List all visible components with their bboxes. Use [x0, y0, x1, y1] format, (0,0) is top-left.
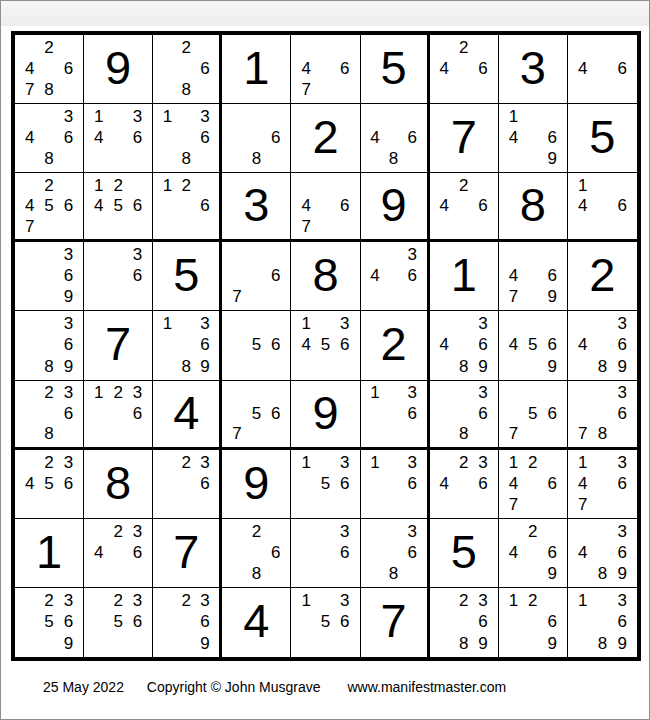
pencil-marks: 34689: [573, 521, 632, 584]
cell-r6c1: 2368: [15, 381, 84, 450]
candidate-1: 1: [504, 590, 523, 611]
candidate-6: 6: [128, 127, 147, 148]
solved-digit: 3: [499, 35, 567, 103]
candidate-6: 6: [266, 334, 285, 355]
pencil-marks: 4569: [504, 313, 562, 376]
candidate-2: 2: [247, 521, 266, 542]
candidate-3: 3: [128, 106, 147, 127]
solved-digit: 2: [291, 104, 359, 172]
cell-r1c2: 9: [84, 35, 153, 104]
candidate-8: 8: [39, 423, 58, 443]
cell-r4c9: 2: [568, 242, 637, 311]
candidate-3: 3: [59, 313, 78, 334]
pencil-marks: 34689: [573, 313, 632, 376]
candidate-8: 8: [593, 633, 613, 654]
candidate-3: 3: [128, 383, 147, 403]
pencil-marks: 1236: [89, 383, 147, 444]
candidate-9: 9: [473, 633, 492, 654]
cell-r3c4: 3: [222, 173, 291, 242]
candidate-3: 3: [335, 313, 354, 334]
candidate-6: 6: [473, 473, 492, 494]
cell-r7c9: 13467: [568, 450, 637, 519]
candidate-2: 2: [108, 383, 127, 403]
candidate-8: 8: [384, 148, 403, 169]
candidate-8: 8: [593, 356, 613, 377]
pencil-marks: 23569: [20, 590, 78, 654]
candidate-2: 2: [108, 590, 127, 611]
pencil-marks: 67: [227, 244, 285, 307]
candidate-6: 6: [335, 473, 354, 494]
candidate-4: 4: [20, 196, 39, 216]
cell-r9c6: 7: [361, 588, 430, 657]
candidate-2: 2: [454, 37, 473, 58]
pencil-marks: 567: [504, 383, 562, 444]
cell-r4c6: 346: [361, 242, 430, 311]
candidate-9: 9: [612, 563, 632, 584]
candidate-1: 1: [296, 313, 315, 334]
pencil-marks: 12456: [89, 175, 147, 236]
candidate-1: 1: [573, 452, 593, 473]
candidate-4: 4: [366, 265, 385, 286]
candidate-7: 7: [573, 423, 593, 443]
candidate-4: 4: [435, 334, 454, 355]
cell-r2c7: 7: [430, 104, 499, 173]
pencil-marks: 3468: [20, 106, 78, 169]
candidate-6: 6: [543, 265, 562, 286]
cell-r7c7: 2346: [430, 450, 499, 519]
candidate-1: 1: [573, 590, 593, 611]
sudoku-board: 2467892681467524634634681346136868246871…: [11, 31, 641, 661]
candidate-5: 5: [523, 334, 542, 355]
candidate-3: 3: [59, 383, 78, 403]
candidate-5: 5: [316, 334, 335, 355]
candidate-6: 6: [335, 196, 354, 216]
pencil-marks: 36: [89, 244, 147, 307]
cell-r3c3: 126: [153, 173, 222, 242]
candidate-5: 5: [39, 196, 58, 216]
pencil-marks: 68: [227, 106, 285, 169]
candidate-3: 3: [403, 383, 422, 403]
cell-r9c5: 1356: [291, 588, 360, 657]
candidate-2: 2: [454, 590, 473, 611]
candidate-2: 2: [39, 175, 58, 195]
cell-r3c8: 8: [499, 173, 568, 242]
candidate-2: 2: [177, 590, 196, 611]
solved-digit: 5: [430, 519, 498, 587]
solved-digit: 9: [291, 381, 359, 447]
cell-r1c3: 268: [153, 35, 222, 104]
cell-r3c7: 246: [430, 173, 499, 242]
candidate-6: 6: [403, 542, 422, 563]
candidate-6: 6: [473, 611, 492, 632]
candidate-3: 3: [59, 106, 78, 127]
candidate-9: 9: [612, 356, 632, 377]
candidate-2: 2: [39, 590, 58, 611]
cell-r7c8: 12467: [499, 450, 568, 519]
cell-r7c4: 9: [222, 450, 291, 519]
cell-r8c1: 1: [15, 519, 84, 588]
pencil-marks: 34689: [435, 313, 493, 376]
cell-r1c9: 46: [568, 35, 637, 104]
candidate-5: 5: [108, 196, 127, 216]
candidate-3: 3: [196, 590, 215, 611]
cell-r9c2: 2356: [84, 588, 153, 657]
pencil-marks: 13689: [573, 590, 632, 654]
candidate-4: 4: [20, 127, 39, 148]
candidate-4: 4: [573, 473, 593, 494]
pencil-marks: 236: [158, 452, 214, 515]
pencil-marks: 24567: [20, 175, 78, 236]
candidate-1: 1: [504, 452, 523, 473]
candidate-3: 3: [612, 590, 632, 611]
candidate-3: 3: [59, 452, 78, 473]
cell-r7c2: 8: [84, 450, 153, 519]
cell-r2c6: 468: [361, 104, 430, 173]
candidate-3: 3: [335, 521, 354, 542]
pencil-marks: 2346: [435, 452, 493, 515]
cell-r7c1: 23456: [15, 450, 84, 519]
candidate-3: 3: [196, 452, 215, 473]
cell-r8c4: 268: [222, 519, 291, 588]
candidate-4: 4: [296, 196, 315, 216]
cell-r5c4: 56: [222, 311, 291, 380]
candidate-6: 6: [266, 542, 285, 563]
candidate-2: 2: [177, 175, 196, 195]
cell-r3c6: 9: [361, 173, 430, 242]
cell-r2c5: 2: [291, 104, 360, 173]
cell-r5c6: 2: [361, 311, 430, 380]
candidate-6: 6: [59, 403, 78, 423]
pencil-marks: 1368: [158, 106, 214, 169]
cell-r8c3: 7: [153, 519, 222, 588]
candidate-9: 9: [543, 286, 562, 307]
pencil-marks: 23456: [20, 452, 78, 515]
candidate-5: 5: [523, 403, 542, 423]
candidate-2: 2: [108, 521, 127, 542]
candidate-6: 6: [403, 265, 422, 286]
candidate-3: 3: [128, 521, 147, 542]
candidate-6: 6: [543, 611, 562, 632]
candidate-6: 6: [128, 611, 147, 632]
candidate-7: 7: [20, 216, 39, 236]
candidate-6: 6: [266, 265, 285, 286]
candidate-6: 6: [196, 127, 215, 148]
candidate-6: 6: [612, 334, 632, 355]
candidate-6: 6: [473, 196, 492, 216]
candidate-6: 6: [543, 334, 562, 355]
cell-r5c1: 3689: [15, 311, 84, 380]
solved-digit: 7: [153, 519, 219, 587]
cell-r6c9: 3678: [568, 381, 637, 450]
candidate-6: 6: [59, 265, 78, 286]
candidate-3: 3: [612, 452, 632, 473]
solved-digit: 9: [361, 173, 427, 239]
candidate-4: 4: [504, 334, 523, 355]
candidate-6: 6: [266, 403, 285, 423]
solved-digit: 1: [15, 519, 83, 587]
candidate-8: 8: [384, 563, 403, 584]
candidate-2: 2: [523, 452, 542, 473]
candidate-4: 4: [296, 58, 315, 79]
solved-digit: 5: [568, 104, 637, 172]
candidate-3: 3: [59, 244, 78, 265]
candidate-6: 6: [128, 403, 147, 423]
candidate-8: 8: [454, 423, 473, 443]
candidate-1: 1: [89, 383, 108, 403]
candidate-3: 3: [403, 452, 422, 473]
pencil-marks: 1356: [296, 452, 354, 515]
cell-r6c7: 368: [430, 381, 499, 450]
cell-r2c8: 1469: [499, 104, 568, 173]
footer-website: www.manifestmaster.com: [347, 679, 506, 695]
candidate-2: 2: [177, 37, 196, 58]
candidate-6: 6: [196, 196, 215, 216]
candidate-4: 4: [435, 58, 454, 79]
candidate-6: 6: [196, 334, 215, 355]
cell-r3c5: 467: [291, 173, 360, 242]
candidate-3: 3: [403, 521, 422, 542]
solved-digit: 8: [291, 242, 359, 310]
candidate-6: 6: [403, 403, 422, 423]
candidate-8: 8: [39, 356, 58, 377]
pencil-marks: 368: [366, 521, 422, 584]
candidate-4: 4: [366, 127, 385, 148]
cell-r9c3: 2369: [153, 588, 222, 657]
pencil-marks: 56: [227, 313, 285, 376]
candidate-6: 6: [403, 127, 422, 148]
candidate-6: 6: [612, 611, 632, 632]
cell-r8c6: 368: [361, 519, 430, 588]
solved-digit: 8: [499, 173, 567, 239]
candidate-1: 1: [366, 452, 385, 473]
candidate-7: 7: [504, 286, 523, 307]
cell-r7c6: 136: [361, 450, 430, 519]
pencil-marks: 368: [435, 383, 493, 444]
candidate-1: 1: [573, 175, 593, 195]
pencil-marks: 1269: [504, 590, 562, 654]
candidate-7: 7: [504, 494, 523, 515]
cell-r5c9: 34689: [568, 311, 637, 380]
candidate-5: 5: [247, 403, 266, 423]
candidate-3: 3: [335, 590, 354, 611]
cell-r5c3: 13689: [153, 311, 222, 380]
candidate-8: 8: [247, 148, 266, 169]
pencil-marks: 246: [435, 37, 493, 100]
cell-r5c2: 7: [84, 311, 153, 380]
candidate-9: 9: [59, 356, 78, 377]
cell-r4c5: 8: [291, 242, 360, 311]
candidate-5: 5: [316, 611, 335, 632]
cell-r8c2: 2346: [84, 519, 153, 588]
candidate-6: 6: [335, 611, 354, 632]
candidate-6: 6: [612, 473, 632, 494]
candidate-2: 2: [108, 175, 127, 195]
cell-r9c9: 13689: [568, 588, 637, 657]
candidate-9: 9: [59, 286, 78, 307]
candidate-4: 4: [20, 473, 39, 494]
solved-digit: 5: [153, 242, 219, 310]
solved-digit: 4: [153, 381, 219, 447]
candidate-6: 6: [612, 403, 632, 423]
cell-r6c8: 567: [499, 381, 568, 450]
cell-r9c1: 23569: [15, 588, 84, 657]
candidate-8: 8: [39, 79, 58, 100]
pencil-marks: 23689: [435, 590, 493, 654]
candidate-3: 3: [612, 383, 632, 403]
candidate-1: 1: [366, 383, 385, 403]
cell-r3c1: 24567: [15, 173, 84, 242]
cell-r1c6: 5: [361, 35, 430, 104]
candidate-8: 8: [177, 356, 196, 377]
cell-r2c2: 1346: [84, 104, 153, 173]
candidate-2: 2: [454, 175, 473, 195]
candidate-1: 1: [296, 452, 315, 473]
candidate-7: 7: [20, 79, 39, 100]
solved-digit: 9: [222, 450, 290, 518]
footer: 25 May 2022 Copyright © John Musgrave ww…: [43, 679, 506, 695]
candidate-4: 4: [573, 196, 593, 216]
candidate-9: 9: [196, 356, 215, 377]
candidate-1: 1: [504, 106, 523, 127]
candidate-6: 6: [335, 334, 354, 355]
pencil-marks: 3678: [573, 383, 632, 444]
candidate-6: 6: [128, 196, 147, 216]
candidate-2: 2: [523, 590, 542, 611]
cell-r1c7: 246: [430, 35, 499, 104]
cell-r8c9: 34689: [568, 519, 637, 588]
candidate-6: 6: [128, 542, 147, 563]
solved-digit: 5: [361, 35, 427, 103]
pencil-marks: 136: [366, 383, 422, 444]
candidate-2: 2: [39, 37, 58, 58]
candidate-8: 8: [39, 148, 58, 169]
cell-r1c4: 1: [222, 35, 291, 104]
cell-r4c4: 67: [222, 242, 291, 311]
candidate-3: 3: [128, 244, 147, 265]
pencil-marks: 1346: [89, 106, 147, 169]
candidate-1: 1: [296, 590, 315, 611]
pencil-marks: 2346: [89, 521, 147, 584]
candidate-6: 6: [335, 542, 354, 563]
candidate-5: 5: [247, 334, 266, 355]
candidate-3: 3: [612, 521, 632, 542]
candidate-5: 5: [39, 473, 58, 494]
candidate-5: 5: [108, 611, 127, 632]
candidate-6: 6: [196, 473, 215, 494]
candidate-8: 8: [454, 356, 473, 377]
cell-r1c8: 3: [499, 35, 568, 104]
footer-date: 25 May 2022: [43, 679, 124, 695]
cell-r4c1: 369: [15, 242, 84, 311]
footer-copyright: Copyright © John Musgrave: [147, 679, 321, 695]
cell-r8c8: 2469: [499, 519, 568, 588]
candidate-9: 9: [543, 356, 562, 377]
candidate-1: 1: [89, 106, 108, 127]
candidate-8: 8: [593, 423, 613, 443]
candidate-9: 9: [543, 148, 562, 169]
pencil-marks: 12467: [504, 452, 562, 515]
cell-r6c5: 9: [291, 381, 360, 450]
candidate-7: 7: [504, 423, 523, 443]
cell-r4c8: 4679: [499, 242, 568, 311]
candidate-8: 8: [593, 563, 613, 584]
candidate-6: 6: [612, 58, 632, 79]
candidate-9: 9: [612, 633, 632, 654]
cell-r3c2: 12456: [84, 173, 153, 242]
candidate-7: 7: [573, 494, 593, 515]
candidate-7: 7: [227, 423, 246, 443]
candidate-6: 6: [59, 196, 78, 216]
candidate-4: 4: [89, 196, 108, 216]
pencil-marks: 268: [158, 37, 214, 100]
candidate-1: 1: [89, 175, 108, 195]
cell-r6c2: 1236: [84, 381, 153, 450]
candidate-6: 6: [196, 58, 215, 79]
pencil-marks: 46: [573, 37, 632, 100]
candidate-6: 6: [59, 473, 78, 494]
cell-r9c7: 23689: [430, 588, 499, 657]
cell-r1c1: 24678: [15, 35, 84, 104]
candidate-6: 6: [473, 403, 492, 423]
cell-r7c3: 236: [153, 450, 222, 519]
candidate-6: 6: [473, 58, 492, 79]
pencil-marks: 4679: [504, 244, 562, 307]
pencil-marks: 146: [573, 175, 632, 236]
pencil-marks: 136: [366, 452, 422, 515]
cell-r5c5: 13456: [291, 311, 360, 380]
candidate-2: 2: [39, 383, 58, 403]
candidate-4: 4: [504, 542, 523, 563]
candidate-8: 8: [177, 79, 196, 100]
pencil-marks: 36: [296, 521, 354, 584]
pencil-marks: 24678: [20, 37, 78, 100]
candidate-4: 4: [296, 334, 315, 355]
pencil-marks: 2469: [504, 521, 562, 584]
candidate-6: 6: [612, 542, 632, 563]
pencil-marks: 369: [20, 244, 78, 307]
candidate-9: 9: [543, 563, 562, 584]
pencil-marks: 567: [227, 383, 285, 444]
cell-r1c5: 467: [291, 35, 360, 104]
pencil-marks: 13689: [158, 313, 214, 376]
cell-r5c8: 4569: [499, 311, 568, 380]
candidate-4: 4: [573, 542, 593, 563]
candidate-8: 8: [177, 148, 196, 169]
pencil-marks: 13456: [296, 313, 354, 376]
candidate-8: 8: [454, 633, 473, 654]
candidate-4: 4: [20, 58, 39, 79]
candidate-6: 6: [543, 542, 562, 563]
cell-r2c1: 3468: [15, 104, 84, 173]
solved-digit: 4: [222, 588, 290, 657]
candidate-9: 9: [473, 356, 492, 377]
candidate-5: 5: [39, 611, 58, 632]
cell-r8c7: 5: [430, 519, 499, 588]
titlebar: [1, 1, 649, 26]
pencil-marks: 346: [366, 244, 422, 307]
solved-digit: 2: [568, 242, 637, 310]
pencil-marks: 1356: [296, 590, 354, 654]
candidate-6: 6: [59, 127, 78, 148]
cell-r3c9: 146: [568, 173, 637, 242]
candidate-6: 6: [403, 473, 422, 494]
candidate-6: 6: [59, 334, 78, 355]
candidate-1: 1: [158, 175, 177, 195]
candidate-4: 4: [504, 127, 523, 148]
candidate-1: 1: [158, 106, 177, 127]
candidate-2: 2: [523, 521, 542, 542]
solved-digit: 9: [84, 35, 152, 103]
